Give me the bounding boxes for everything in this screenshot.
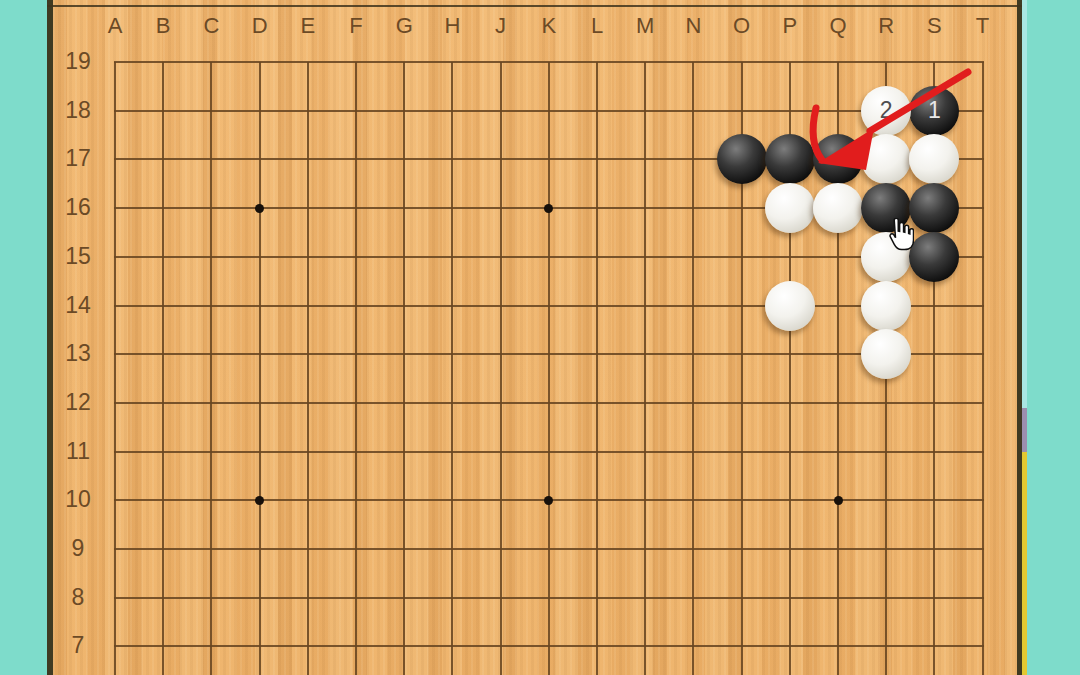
- grid-vline-A: [114, 62, 116, 675]
- col-label-C: C: [195, 13, 227, 39]
- strip-yellow: [1022, 452, 1027, 675]
- stone-white-R15[interactable]: [861, 232, 911, 282]
- grid-hline-7: [114, 645, 984, 647]
- row-label-7: 7: [52, 632, 104, 659]
- grid-vline-M: [644, 62, 646, 675]
- move-number-label: 1: [928, 99, 941, 122]
- col-label-K: K: [533, 13, 565, 39]
- col-label-L: L: [581, 13, 613, 39]
- col-label-M: M: [629, 13, 661, 39]
- col-label-A: A: [99, 13, 131, 39]
- row-label-9: 9: [52, 535, 104, 562]
- col-label-D: D: [244, 13, 276, 39]
- stone-black-P17[interactable]: [765, 134, 815, 184]
- grid-hline-9: [114, 548, 984, 550]
- col-label-R: R: [870, 13, 902, 39]
- grid-vline-B: [162, 62, 164, 675]
- star-point-D16: [255, 204, 264, 213]
- grid-hline-12: [114, 402, 984, 404]
- grid-vline-K: [548, 62, 550, 675]
- grid-vline-N: [692, 62, 694, 675]
- grid-hline-8: [114, 597, 984, 599]
- star-point-K16: [544, 204, 553, 213]
- strip-purple: [1022, 408, 1027, 452]
- star-point-Q10: [834, 496, 843, 505]
- move-number-label: 2: [880, 99, 893, 122]
- col-label-T: T: [967, 13, 999, 39]
- grid-hline-13: [114, 353, 984, 355]
- grid-vline-T: [982, 62, 984, 675]
- col-label-O: O: [726, 13, 758, 39]
- stone-white-P16[interactable]: [765, 183, 815, 233]
- stone-black-R16[interactable]: [861, 183, 911, 233]
- row-label-17: 17: [52, 145, 104, 172]
- row-label-8: 8: [52, 584, 104, 611]
- col-label-Q: Q: [822, 13, 854, 39]
- col-label-N: N: [677, 13, 709, 39]
- stone-black-S18[interactable]: 1: [909, 86, 959, 136]
- col-label-G: G: [388, 13, 420, 39]
- grid-hline-15: [114, 256, 984, 258]
- row-label-10: 10: [52, 486, 104, 513]
- stone-white-P14[interactable]: [765, 281, 815, 331]
- col-label-S: S: [918, 13, 950, 39]
- board-top-edge-line: [47, 5, 1022, 7]
- grid-vline-F: [355, 62, 357, 675]
- right-edge-color-strip: [1022, 0, 1027, 675]
- row-label-19: 19: [52, 48, 104, 75]
- row-label-12: 12: [52, 389, 104, 416]
- col-label-E: E: [292, 13, 324, 39]
- row-label-13: 13: [52, 340, 104, 367]
- col-label-P: P: [774, 13, 806, 39]
- col-label-J: J: [485, 13, 517, 39]
- row-label-11: 11: [52, 438, 104, 465]
- row-label-15: 15: [52, 243, 104, 270]
- video-frame: ABCDEFGHJKLMNOPQRST 19181716151413121110…: [0, 0, 1080, 675]
- grid-vline-L: [596, 62, 598, 675]
- col-label-F: F: [340, 13, 372, 39]
- grid-hline-18: [114, 110, 984, 112]
- star-point-D10: [255, 496, 264, 505]
- grid-vline-H: [451, 62, 453, 675]
- stone-white-R14[interactable]: [861, 281, 911, 331]
- grid-vline-G: [403, 62, 405, 675]
- stone-white-R18[interactable]: 2: [861, 86, 911, 136]
- stone-black-O17[interactable]: [717, 134, 767, 184]
- strip-cyan: [1022, 0, 1027, 408]
- row-label-14: 14: [52, 292, 104, 319]
- col-label-B: B: [147, 13, 179, 39]
- row-label-18: 18: [52, 97, 104, 124]
- grid-hline-11: [114, 451, 984, 453]
- col-label-H: H: [436, 13, 468, 39]
- stone-white-Q16[interactable]: [813, 183, 863, 233]
- row-label-16: 16: [52, 194, 104, 221]
- grid-vline-C: [210, 62, 212, 675]
- grid-vline-J: [500, 62, 502, 675]
- stone-black-S15[interactable]: [909, 232, 959, 282]
- grid-hline-19: [114, 61, 984, 63]
- grid-vline-D: [259, 62, 261, 675]
- grid-vline-E: [307, 62, 309, 675]
- grid-hline-14: [114, 305, 984, 307]
